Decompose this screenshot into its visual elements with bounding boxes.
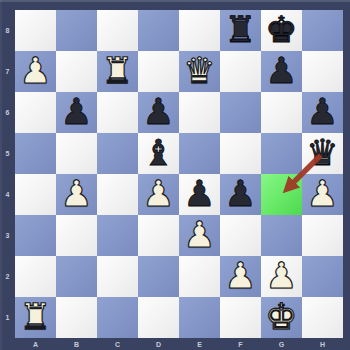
rank-label-4: 4 bbox=[0, 174, 15, 215]
square-h6[interactable]: ♟ bbox=[302, 92, 343, 133]
black-pawn-icon: ♟ bbox=[183, 173, 215, 214]
square-g7[interactable]: ♟ bbox=[261, 51, 302, 92]
black-pawn-icon: ♟ bbox=[142, 91, 174, 132]
square-a3[interactable] bbox=[15, 215, 56, 256]
square-a8[interactable] bbox=[15, 10, 56, 51]
rank-label-2: 2 bbox=[0, 256, 15, 297]
square-f3[interactable] bbox=[220, 215, 261, 256]
square-g3[interactable] bbox=[261, 215, 302, 256]
square-f8[interactable]: ♜ bbox=[220, 10, 261, 51]
file-label-c: C bbox=[97, 338, 138, 350]
white-rook-icon: ♜ bbox=[101, 50, 133, 91]
black-king-icon: ♚ bbox=[265, 9, 297, 50]
white-pawn-icon: ♟ bbox=[183, 214, 215, 255]
file-label-d: D bbox=[138, 338, 179, 350]
square-b1[interactable] bbox=[56, 297, 97, 338]
square-g6[interactable] bbox=[261, 92, 302, 133]
square-h1[interactable] bbox=[302, 297, 343, 338]
square-f5[interactable] bbox=[220, 133, 261, 174]
square-e6[interactable] bbox=[179, 92, 220, 133]
square-e5[interactable] bbox=[179, 133, 220, 174]
square-c7[interactable]: ♜ bbox=[97, 51, 138, 92]
square-e7[interactable]: ♛ bbox=[179, 51, 220, 92]
white-queen-icon: ♛ bbox=[183, 50, 215, 91]
chess-board: ♜♚♟♜♛♟♟♟♟♝♛♟♟♟♟♟♟♟♟♜♚ bbox=[15, 10, 343, 338]
square-d3[interactable] bbox=[138, 215, 179, 256]
square-f1[interactable] bbox=[220, 297, 261, 338]
square-f7[interactable] bbox=[220, 51, 261, 92]
square-e8[interactable] bbox=[179, 10, 220, 51]
file-label-a: A bbox=[15, 338, 56, 350]
rank-labels: 87654321 bbox=[0, 10, 15, 338]
black-pawn-icon: ♟ bbox=[60, 91, 92, 132]
file-label-h: H bbox=[302, 338, 343, 350]
square-g2[interactable]: ♟ bbox=[261, 256, 302, 297]
square-a2[interactable] bbox=[15, 256, 56, 297]
square-h4[interactable]: ♟ bbox=[302, 174, 343, 215]
square-b3[interactable] bbox=[56, 215, 97, 256]
rank-label-6: 6 bbox=[0, 92, 15, 133]
square-b5[interactable] bbox=[56, 133, 97, 174]
rank-label-8: 8 bbox=[0, 10, 15, 51]
square-g1[interactable]: ♚ bbox=[261, 297, 302, 338]
square-c8[interactable] bbox=[97, 10, 138, 51]
white-king-icon: ♚ bbox=[265, 296, 297, 337]
file-labels: ABCDEFGH bbox=[15, 338, 343, 350]
square-d1[interactable] bbox=[138, 297, 179, 338]
square-a5[interactable] bbox=[15, 133, 56, 174]
square-f4[interactable]: ♟ bbox=[220, 174, 261, 215]
black-pawn-icon: ♟ bbox=[224, 173, 256, 214]
square-c3[interactable] bbox=[97, 215, 138, 256]
white-pawn-icon: ♟ bbox=[265, 255, 297, 296]
black-rook-icon: ♜ bbox=[224, 9, 256, 50]
black-pawn-icon: ♟ bbox=[306, 91, 338, 132]
black-pawn-icon: ♟ bbox=[265, 50, 297, 91]
square-h8[interactable] bbox=[302, 10, 343, 51]
square-e4[interactable]: ♟ bbox=[179, 174, 220, 215]
square-a1[interactable]: ♜ bbox=[15, 297, 56, 338]
chess-board-frame: 87654321 ♜♚♟♜♛♟♟♟♟♝♛♟♟♟♟♟♟♟♟♜♚ ABCDEFGH bbox=[0, 0, 350, 350]
square-d2[interactable] bbox=[138, 256, 179, 297]
square-b7[interactable] bbox=[56, 51, 97, 92]
square-a6[interactable] bbox=[15, 92, 56, 133]
square-d8[interactable] bbox=[138, 10, 179, 51]
file-label-f: F bbox=[220, 338, 261, 350]
black-queen-icon: ♛ bbox=[306, 132, 338, 173]
square-c2[interactable] bbox=[97, 256, 138, 297]
rank-label-5: 5 bbox=[0, 133, 15, 174]
square-g8[interactable]: ♚ bbox=[261, 10, 302, 51]
file-label-b: B bbox=[56, 338, 97, 350]
file-label-e: E bbox=[179, 338, 220, 350]
square-b2[interactable] bbox=[56, 256, 97, 297]
square-f6[interactable] bbox=[220, 92, 261, 133]
square-f2[interactable]: ♟ bbox=[220, 256, 261, 297]
square-h7[interactable] bbox=[302, 51, 343, 92]
square-c6[interactable] bbox=[97, 92, 138, 133]
square-b6[interactable]: ♟ bbox=[56, 92, 97, 133]
white-pawn-icon: ♟ bbox=[306, 173, 338, 214]
white-pawn-icon: ♟ bbox=[60, 173, 92, 214]
square-g5[interactable] bbox=[261, 133, 302, 174]
square-e2[interactable] bbox=[179, 256, 220, 297]
square-d7[interactable] bbox=[138, 51, 179, 92]
square-e3[interactable]: ♟ bbox=[179, 215, 220, 256]
square-g4[interactable] bbox=[261, 174, 302, 215]
white-rook-icon: ♜ bbox=[19, 296, 51, 337]
square-h3[interactable] bbox=[302, 215, 343, 256]
rank-label-7: 7 bbox=[0, 51, 15, 92]
square-h2[interactable] bbox=[302, 256, 343, 297]
file-label-g: G bbox=[261, 338, 302, 350]
square-d4[interactable]: ♟ bbox=[138, 174, 179, 215]
square-c4[interactable] bbox=[97, 174, 138, 215]
square-c5[interactable] bbox=[97, 133, 138, 174]
square-b8[interactable] bbox=[56, 10, 97, 51]
square-a7[interactable]: ♟ bbox=[15, 51, 56, 92]
square-h5[interactable]: ♛ bbox=[302, 133, 343, 174]
white-pawn-icon: ♟ bbox=[224, 255, 256, 296]
square-d6[interactable]: ♟ bbox=[138, 92, 179, 133]
square-c1[interactable] bbox=[97, 297, 138, 338]
square-d5[interactable]: ♝ bbox=[138, 133, 179, 174]
square-b4[interactable]: ♟ bbox=[56, 174, 97, 215]
square-e1[interactable] bbox=[179, 297, 220, 338]
white-pawn-icon: ♟ bbox=[19, 50, 51, 91]
black-bishop-icon: ♝ bbox=[142, 132, 174, 173]
rank-label-3: 3 bbox=[0, 215, 15, 256]
square-a4[interactable] bbox=[15, 174, 56, 215]
white-pawn-icon: ♟ bbox=[142, 173, 174, 214]
rank-label-1: 1 bbox=[0, 297, 15, 338]
